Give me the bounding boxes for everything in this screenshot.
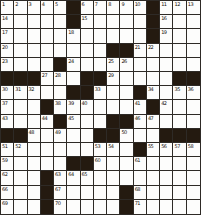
cell-r11c7[interactable] — [81, 143, 94, 157]
cell-r4c12[interactable]: 22 — [147, 44, 160, 58]
cell-r1c2[interactable]: 2 — [14, 1, 27, 15]
clue-number: 70 — [55, 200, 60, 206]
cell-r4c8[interactable] — [94, 44, 107, 58]
cell-r7c12[interactable]: 34 — [147, 86, 160, 100]
cell-r13c6[interactable]: 64 — [67, 171, 80, 185]
cell-r5c10[interactable]: 26 — [120, 58, 133, 72]
clue-number: 63 — [55, 171, 60, 177]
cell-r14c9[interactable] — [107, 186, 120, 200]
clue-number: 45 — [68, 115, 73, 121]
cell-r13c2[interactable] — [14, 171, 27, 185]
cell-r7c8[interactable]: 33 — [94, 86, 107, 100]
clue-number: 3 — [29, 1, 32, 7]
cell-r15c7[interactable] — [81, 200, 94, 214]
clue-number: 17 — [2, 29, 7, 35]
cell-r9c11[interactable]: 46 — [134, 115, 147, 129]
cell-r12c10[interactable] — [120, 157, 133, 171]
clue-number: 11 — [161, 1, 166, 7]
cell-r1c15[interactable]: 13 — [187, 1, 200, 15]
black-cell-r4c9 — [107, 44, 120, 58]
cell-r11c9[interactable]: 54 — [107, 143, 120, 157]
cell-r8c14[interactable] — [173, 100, 186, 114]
black-cell-r6c2 — [14, 72, 27, 86]
cell-r10c7[interactable] — [81, 129, 94, 143]
cell-r14c5[interactable]: 67 — [54, 186, 67, 200]
cell-r8c15[interactable] — [187, 100, 200, 114]
black-cell-r5c5 — [54, 58, 67, 72]
cell-r14c11[interactable]: 68 — [134, 186, 147, 200]
cell-r6c5[interactable]: 28 — [54, 72, 67, 86]
clue-number: 2 — [15, 1, 18, 7]
clue-number: 21 — [135, 44, 140, 50]
clue-number: 7 — [95, 1, 98, 7]
cell-r12c5[interactable] — [54, 157, 67, 171]
clue-number: 23 — [2, 58, 7, 64]
clue-number: 62 — [2, 171, 7, 177]
black-cell-r9c10 — [120, 115, 133, 129]
clue-number: 31 — [15, 86, 20, 92]
cell-r9c3[interactable] — [28, 115, 41, 129]
black-cell-r12c6 — [67, 157, 80, 171]
cell-r1c8[interactable]: 7 — [94, 1, 107, 15]
clue-number: 60 — [95, 157, 100, 163]
clue-number: 8 — [108, 1, 111, 7]
clue-number: 57 — [174, 143, 179, 149]
cell-r5c15[interactable] — [187, 58, 200, 72]
cell-r12c4[interactable] — [41, 157, 54, 171]
clue-number: 66 — [2, 186, 7, 192]
cell-r12c8[interactable]: 60 — [94, 157, 107, 171]
cell-r13c12[interactable] — [147, 171, 160, 185]
cell-r7c3[interactable]: 32 — [28, 86, 41, 100]
black-cell-r11c11 — [134, 143, 147, 157]
cell-r3c13[interactable]: 19 — [160, 29, 173, 43]
black-cell-r3c12 — [147, 29, 160, 43]
cell-r5c1[interactable]: 23 — [1, 58, 14, 72]
cell-r7c15[interactable]: 36 — [187, 86, 200, 100]
cell-r15c8[interactable] — [94, 200, 107, 214]
clue-number: 9 — [121, 1, 124, 7]
cell-r8c2[interactable] — [14, 100, 27, 114]
clue-number: 27 — [42, 72, 47, 78]
cell-r10c6[interactable] — [67, 129, 80, 143]
cell-r4c14[interactable] — [173, 44, 186, 58]
clue-number: 55 — [148, 143, 153, 149]
cell-r13c7[interactable]: 65 — [81, 171, 94, 185]
cell-r15c13[interactable] — [160, 200, 173, 214]
cell-r2c1[interactable]: 14 — [1, 15, 14, 29]
cell-r5c13[interactable] — [160, 58, 173, 72]
cell-r3c15[interactable] — [187, 29, 200, 43]
cell-r2c3[interactable] — [28, 15, 41, 29]
black-cell-r12c7 — [81, 157, 94, 171]
cell-r14c7[interactable] — [81, 186, 94, 200]
clue-number: 68 — [135, 186, 140, 192]
cell-r12c1[interactable]: 59 — [1, 157, 14, 171]
cell-r3c3[interactable] — [28, 29, 41, 43]
cell-r14c3[interactable] — [28, 186, 41, 200]
cell-r3c11[interactable] — [134, 29, 147, 43]
cell-r8c11[interactable]: 41 — [134, 100, 147, 114]
cell-r4c11[interactable]: 21 — [134, 44, 147, 58]
cell-r15c14[interactable] — [173, 200, 186, 214]
black-cell-r2c12 — [147, 15, 160, 29]
clue-number: 13 — [188, 1, 193, 7]
cell-r13c1[interactable]: 62 — [1, 171, 14, 185]
cell-r12c9[interactable] — [107, 157, 120, 171]
black-cell-r10c13 — [160, 129, 173, 143]
cell-r5c3[interactable] — [28, 58, 41, 72]
cell-r1c7[interactable]: 6 — [81, 1, 94, 15]
cell-r12c14[interactable] — [173, 157, 186, 171]
cell-r7c2[interactable]: 31 — [14, 86, 27, 100]
cell-r3c1[interactable]: 17 — [1, 29, 14, 43]
cell-r3c14[interactable] — [173, 29, 186, 43]
cell-r13c15[interactable] — [187, 171, 200, 185]
cell-r12c13[interactable] — [160, 157, 173, 171]
cell-r9c2[interactable] — [14, 115, 27, 129]
cell-r5c7[interactable] — [81, 58, 94, 72]
cell-r3c4[interactable] — [41, 29, 54, 43]
cell-r3c9[interactable] — [107, 29, 120, 43]
clue-number: 71 — [135, 200, 140, 206]
cell-r6c4[interactable]: 27 — [41, 72, 54, 86]
cell-r9c15[interactable] — [187, 115, 200, 129]
cell-r11c6[interactable] — [67, 143, 80, 157]
cell-r2c15[interactable] — [187, 15, 200, 29]
cell-r7c4[interactable] — [41, 86, 54, 100]
cell-r3c10[interactable] — [120, 29, 133, 43]
cell-r1c13[interactable]: 11 — [160, 1, 173, 15]
cell-r9c14[interactable] — [173, 115, 186, 129]
cell-r15c6[interactable] — [67, 200, 80, 214]
cell-r7c9[interactable] — [107, 86, 120, 100]
black-cell-r6c15 — [187, 72, 200, 86]
cell-r13c11[interactable] — [134, 171, 147, 185]
cell-r11c13[interactable]: 56 — [160, 143, 173, 157]
cell-r10c4[interactable] — [41, 129, 54, 143]
cell-r6c10[interactable] — [120, 72, 133, 86]
cell-r9c12[interactable]: 47 — [147, 115, 160, 129]
cell-r15c1[interactable]: 69 — [1, 200, 14, 214]
clue-number: 40 — [82, 100, 87, 106]
clue-number: 29 — [108, 72, 113, 78]
cell-r9c6[interactable]: 45 — [67, 115, 80, 129]
clue-number: 52 — [15, 143, 20, 149]
cell-r13c9[interactable] — [107, 171, 120, 185]
cell-r11c5[interactable] — [54, 143, 67, 157]
cell-r8c13[interactable]: 42 — [160, 100, 173, 114]
black-cell-r2c6 — [67, 15, 80, 29]
clue-number: 41 — [135, 100, 140, 106]
cell-r15c2[interactable] — [14, 200, 27, 214]
clue-number: 4 — [42, 1, 45, 7]
black-cell-r13c4 — [41, 171, 54, 185]
black-cell-r10c14 — [173, 129, 186, 143]
clue-number: 26 — [121, 58, 126, 64]
black-cell-r14c10 — [120, 186, 133, 200]
clue-number: 48 — [29, 129, 34, 135]
cell-r7c14[interactable]: 35 — [173, 86, 186, 100]
clue-number: 14 — [2, 15, 7, 21]
clue-number: 25 — [108, 58, 113, 64]
cell-r2c2[interactable] — [14, 15, 27, 29]
cell-r11c12[interactable]: 55 — [147, 143, 160, 157]
clue-number: 37 — [2, 100, 7, 106]
clue-number: 47 — [148, 115, 153, 121]
cell-r11c8[interactable]: 53 — [94, 143, 107, 157]
cell-r4c13[interactable] — [160, 44, 173, 58]
cell-r4c4[interactable] — [41, 44, 54, 58]
cell-r10c5[interactable]: 49 — [54, 129, 67, 143]
cell-r2c8[interactable] — [94, 15, 107, 29]
cell-r5c11[interactable] — [134, 58, 147, 72]
cell-r2c9[interactable] — [107, 15, 120, 29]
clue-number: 34 — [148, 86, 153, 92]
cell-r9c7[interactable] — [81, 115, 94, 129]
cell-r15c11[interactable]: 71 — [134, 200, 147, 214]
black-cell-r10c8 — [94, 129, 107, 143]
cell-r1c11[interactable]: 10 — [134, 1, 147, 15]
black-cell-r6c1 — [1, 72, 14, 86]
black-cell-r1c12 — [147, 1, 160, 15]
black-cell-r10c9 — [107, 129, 120, 143]
clue-number: 19 — [161, 29, 166, 35]
cell-r7c13[interactable] — [160, 86, 173, 100]
cell-r15c5[interactable]: 70 — [54, 200, 67, 214]
cell-r14c6[interactable] — [67, 186, 80, 200]
cell-r15c3[interactable] — [28, 200, 41, 214]
cell-r3c5[interactable] — [54, 29, 67, 43]
cell-r3c7[interactable] — [81, 29, 94, 43]
cell-r11c2[interactable]: 52 — [14, 143, 27, 157]
black-cell-r8c4 — [41, 100, 54, 114]
cell-r15c12[interactable] — [147, 200, 160, 214]
cell-r6c9[interactable]: 29 — [107, 72, 120, 86]
black-cell-r10c15 — [187, 129, 200, 143]
clue-number: 39 — [68, 100, 73, 106]
clue-number: 16 — [161, 15, 166, 21]
clue-number: 15 — [82, 15, 87, 21]
cell-r5c14[interactable] — [173, 58, 186, 72]
cell-r10c11[interactable] — [134, 129, 147, 143]
black-cell-r6c3 — [28, 72, 41, 86]
clue-number: 53 — [95, 143, 100, 149]
clue-number: 28 — [55, 72, 60, 78]
cell-r14c1[interactable]: 66 — [1, 186, 14, 200]
cell-r4c15[interactable] — [187, 44, 200, 58]
cell-r13c8[interactable] — [94, 171, 107, 185]
cell-r14c15[interactable] — [187, 186, 200, 200]
black-cell-r8c12 — [147, 100, 160, 114]
cell-r14c8[interactable] — [94, 186, 107, 200]
cell-r15c15[interactable] — [187, 200, 200, 214]
clue-number: 24 — [68, 58, 73, 64]
cell-r5c12[interactable] — [147, 58, 160, 72]
clue-number: 49 — [55, 129, 60, 135]
clue-number: 67 — [55, 186, 60, 192]
cell-r13c10[interactable] — [120, 171, 133, 185]
cell-r13c5[interactable]: 63 — [54, 171, 67, 185]
cell-r2c14[interactable] — [173, 15, 186, 29]
cell-r13c13[interactable] — [160, 171, 173, 185]
cell-r2c10[interactable] — [120, 15, 133, 29]
cell-r3c8[interactable] — [94, 29, 107, 43]
cell-r13c14[interactable] — [173, 171, 186, 185]
cell-r9c1[interactable]: 43 — [1, 115, 14, 129]
cell-r6c13[interactable] — [160, 72, 173, 86]
cell-r9c8[interactable] — [94, 115, 107, 129]
black-cell-r1c6 — [67, 1, 80, 15]
clue-number: 56 — [161, 143, 166, 149]
clue-number: 43 — [2, 115, 7, 121]
clue-number: 59 — [2, 157, 7, 163]
black-cell-r9c5 — [54, 115, 67, 129]
cell-r5c2[interactable] — [14, 58, 27, 72]
crossword-grid: 1234567891011121314151617181920212223242… — [0, 0, 201, 215]
black-cell-r14c4 — [41, 186, 54, 200]
cell-r15c9[interactable] — [107, 200, 120, 214]
cell-r8c6[interactable]: 39 — [67, 100, 80, 114]
cell-r4c6[interactable] — [67, 44, 80, 58]
clue-number: 5 — [55, 1, 58, 7]
cell-r6c6[interactable] — [67, 72, 80, 86]
black-cell-r10c2 — [14, 129, 27, 143]
cell-r7c10[interactable] — [120, 86, 133, 100]
cell-r1c9[interactable]: 8 — [107, 1, 120, 15]
cell-r1c10[interactable]: 9 — [120, 1, 133, 15]
cell-r12c11[interactable]: 61 — [134, 157, 147, 171]
cell-r3c2[interactable] — [14, 29, 27, 43]
cell-r8c8[interactable] — [94, 100, 107, 114]
clue-number: 58 — [188, 143, 193, 149]
black-cell-r15c10 — [120, 200, 133, 214]
cell-r4c2[interactable] — [14, 44, 27, 58]
clue-number: 12 — [174, 1, 179, 7]
clue-number: 1 — [2, 1, 5, 7]
cell-r11c10[interactable] — [120, 143, 133, 157]
cell-r1c1[interactable]: 1 — [1, 1, 14, 15]
cell-r6c12[interactable] — [147, 72, 160, 86]
clue-number: 50 — [121, 129, 126, 135]
clue-number: 36 — [188, 86, 193, 92]
black-cell-r15c4 — [41, 200, 54, 214]
clue-number: 35 — [174, 86, 179, 92]
black-cell-r6c8 — [94, 72, 107, 86]
clue-number: 30 — [2, 86, 7, 92]
cell-r7c1[interactable]: 30 — [1, 86, 14, 100]
black-cell-r7c6 — [67, 86, 80, 100]
clue-number: 46 — [135, 115, 140, 121]
clue-number: 22 — [148, 44, 153, 50]
cell-r11c4[interactable] — [41, 143, 54, 157]
cell-r9c4[interactable]: 44 — [41, 115, 54, 129]
cell-r11c14[interactable]: 57 — [173, 143, 186, 157]
clue-number: 69 — [2, 200, 7, 206]
black-cell-r9c9 — [107, 115, 120, 129]
cell-r14c13[interactable] — [160, 186, 173, 200]
black-cell-r10c1 — [1, 129, 14, 143]
clue-number: 18 — [68, 29, 73, 35]
cell-r10c12[interactable] — [147, 129, 160, 143]
cell-r14c12[interactable] — [147, 186, 160, 200]
cell-r7c5[interactable] — [54, 86, 67, 100]
cell-r1c3[interactable]: 3 — [28, 1, 41, 15]
cell-r4c3[interactable] — [28, 44, 41, 58]
cell-r12c3[interactable] — [28, 157, 41, 171]
cell-r5c4[interactable] — [41, 58, 54, 72]
clue-number: 10 — [135, 1, 140, 7]
clue-number: 20 — [2, 44, 7, 50]
clue-number: 33 — [95, 86, 100, 92]
cell-r8c9[interactable] — [107, 100, 120, 114]
clue-number: 32 — [29, 86, 34, 92]
clue-number: 65 — [82, 171, 87, 177]
cell-r12c2[interactable] — [14, 157, 27, 171]
cell-r2c7[interactable]: 15 — [81, 15, 94, 29]
clue-number: 61 — [135, 157, 140, 163]
cell-r8c1[interactable]: 37 — [1, 100, 14, 114]
cell-r10c3[interactable]: 48 — [28, 129, 41, 143]
cell-r12c12[interactable] — [147, 157, 160, 171]
clue-number: 6 — [82, 1, 85, 7]
cell-r8c5[interactable]: 38 — [54, 100, 67, 114]
cell-r14c14[interactable] — [173, 186, 186, 200]
cell-r3c6[interactable]: 18 — [67, 29, 80, 43]
cell-r10c10[interactable]: 50 — [120, 129, 133, 143]
black-cell-r7c7 — [81, 86, 94, 100]
cell-r2c4[interactable] — [41, 15, 54, 29]
cell-r5c9[interactable]: 25 — [107, 58, 120, 72]
black-cell-r7c11 — [134, 86, 147, 100]
cell-r5c8[interactable] — [94, 58, 107, 72]
cell-r2c13[interactable]: 16 — [160, 15, 173, 29]
clue-number: 44 — [42, 115, 47, 121]
cell-r1c5[interactable]: 5 — [54, 1, 67, 15]
clue-number: 64 — [68, 171, 73, 177]
cell-r13c3[interactable] — [28, 171, 41, 185]
clue-number: 51 — [2, 143, 7, 149]
cell-r14c2[interactable] — [14, 186, 27, 200]
cell-r12c15[interactable] — [187, 157, 200, 171]
cell-r11c15[interactable]: 58 — [187, 143, 200, 157]
clue-number: 42 — [161, 100, 166, 106]
cell-r11c1[interactable]: 51 — [1, 143, 14, 157]
cell-r1c14[interactable]: 12 — [173, 1, 186, 15]
cell-r8c3[interactable] — [28, 100, 41, 114]
cell-r8c7[interactable]: 40 — [81, 100, 94, 114]
cell-r4c7[interactable] — [81, 44, 94, 58]
cell-r2c5[interactable] — [54, 15, 67, 29]
clue-number: 54 — [108, 143, 113, 149]
cell-r9c13[interactable] — [160, 115, 173, 129]
cell-r6c11[interactable] — [134, 72, 147, 86]
cell-r4c5[interactable] — [54, 44, 67, 58]
black-cell-r6c7 — [81, 72, 94, 86]
cell-r5c6[interactable]: 24 — [67, 58, 80, 72]
cell-r8c10[interactable] — [120, 100, 133, 114]
cell-r11c3[interactable] — [28, 143, 41, 157]
black-cell-r4c10 — [120, 44, 133, 58]
black-cell-r6c14 — [173, 72, 186, 86]
clue-number: 38 — [55, 100, 60, 106]
cell-r4c1[interactable]: 20 — [1, 44, 14, 58]
cell-r1c4[interactable]: 4 — [41, 1, 54, 15]
cell-r2c11[interactable] — [134, 15, 147, 29]
